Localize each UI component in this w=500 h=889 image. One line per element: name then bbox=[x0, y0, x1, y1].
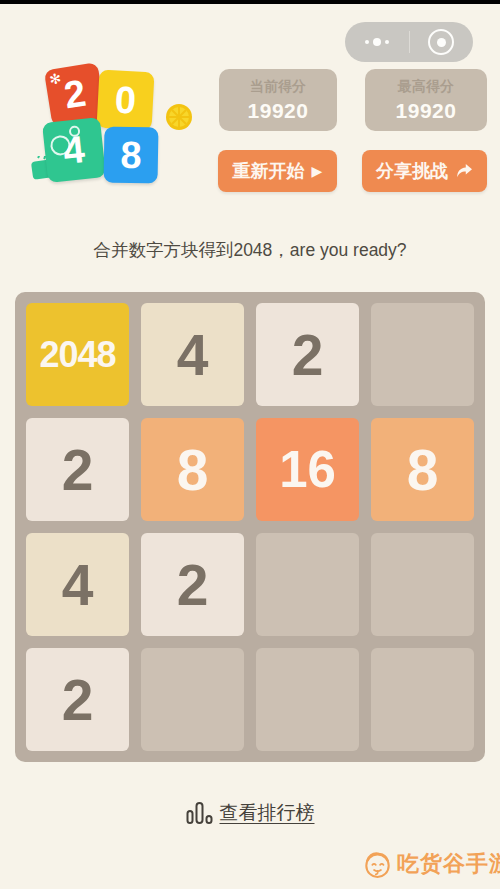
share-button[interactable]: 分享挑战 bbox=[362, 150, 487, 192]
target-icon bbox=[428, 29, 454, 55]
board-cell-r2c2 bbox=[256, 533, 359, 636]
board-cell-r1c3: 8 bbox=[371, 418, 474, 521]
share-button-label: 分享挑战 bbox=[376, 159, 448, 183]
board-cell-r1c2: 16 bbox=[256, 418, 359, 521]
current-score-value: 19920 bbox=[248, 99, 309, 123]
leaderboard-link[interactable]: 查看排行榜 bbox=[0, 800, 500, 826]
best-score-box: 最高得分 19920 bbox=[365, 69, 487, 131]
home-button[interactable] bbox=[410, 22, 474, 62]
board-cell-r0c3 bbox=[371, 303, 474, 406]
logo-tile-8: 8 bbox=[104, 127, 159, 184]
board-cell-r3c0: 2 bbox=[26, 648, 129, 751]
board-cell-r0c2: 2 bbox=[256, 303, 359, 406]
play-icon: ▶ bbox=[312, 164, 323, 178]
board-cell-r3c1 bbox=[141, 648, 244, 751]
board-cell-r2c1: 2 bbox=[141, 533, 244, 636]
board-cell-r1c0: 2 bbox=[26, 418, 129, 521]
board-cell-r0c1: 4 bbox=[141, 303, 244, 406]
current-score-box: 当前得分 19920 bbox=[219, 69, 337, 131]
tagline: 合并数字方块得到2048，are you ready? bbox=[0, 238, 500, 262]
game-board[interactable]: 2048 4 2 2 8 16 8 4 2 2 bbox=[15, 292, 485, 762]
lemon-icon bbox=[164, 102, 194, 132]
restart-button[interactable]: 重新开始 ▶ bbox=[218, 150, 337, 192]
watermark: 吃货谷手游 bbox=[362, 846, 500, 882]
wechat-capsule bbox=[345, 22, 473, 62]
board-cell-r3c3 bbox=[371, 648, 474, 751]
foodie-face-icon bbox=[362, 846, 393, 882]
board-cell-r2c3 bbox=[371, 533, 474, 636]
share-icon bbox=[455, 163, 473, 179]
best-score-label: 最高得分 bbox=[398, 78, 454, 96]
ellipsis-icon bbox=[365, 38, 389, 46]
board-cell-r3c2 bbox=[256, 648, 359, 751]
board-cell-r1c1: 8 bbox=[141, 418, 244, 521]
watermark-text: 吃货谷手游 bbox=[397, 849, 500, 879]
board-cell-r0c0: 2048 bbox=[26, 303, 129, 406]
ranking-bars-icon bbox=[186, 801, 213, 825]
logo-tile-0: 0 bbox=[97, 70, 155, 131]
game-logo: ✻ 2 0 4 8 bbox=[22, 58, 192, 198]
spark-icon: ✻ bbox=[48, 70, 62, 88]
current-score-label: 当前得分 bbox=[250, 78, 306, 96]
logo-tile-4: 4 bbox=[42, 117, 106, 183]
more-button[interactable] bbox=[345, 22, 409, 62]
best-score-value: 19920 bbox=[396, 99, 457, 123]
board-cell-r2c0: 4 bbox=[26, 533, 129, 636]
restart-button-label: 重新开始 bbox=[233, 159, 305, 183]
status-bar bbox=[0, 0, 500, 4]
leaderboard-label: 查看排行榜 bbox=[220, 800, 315, 826]
